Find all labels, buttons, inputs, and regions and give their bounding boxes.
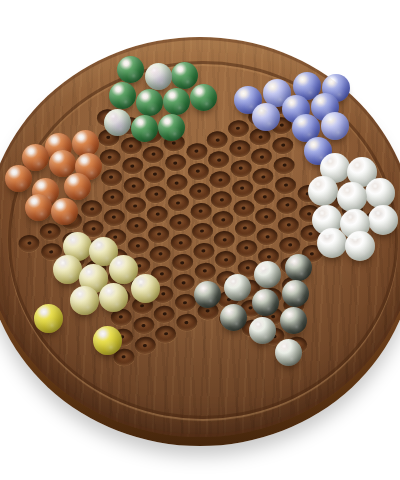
- marble-gray-7[interactable]: [220, 304, 247, 331]
- marble-gray-2[interactable]: [254, 261, 281, 288]
- marble-green-5[interactable]: [136, 89, 163, 116]
- marble-white-10[interactable]: [345, 231, 375, 261]
- marble-gray-8[interactable]: [280, 307, 307, 334]
- marble-gray-10[interactable]: [275, 339, 302, 366]
- marble-blue-9[interactable]: [321, 112, 349, 140]
- marble-white-8[interactable]: [368, 205, 398, 235]
- marble-gray-6[interactable]: [252, 289, 279, 316]
- marble-yellow-7[interactable]: [99, 283, 128, 312]
- marble-green-6[interactable]: [163, 88, 190, 115]
- marble-green-8[interactable]: [104, 109, 131, 136]
- product-photo-scene: [0, 0, 400, 480]
- marble-yellow-6[interactable]: [70, 286, 99, 315]
- marble-green-9[interactable]: [131, 115, 158, 142]
- marble-white-9[interactable]: [317, 228, 347, 258]
- marble-gray-5[interactable]: [282, 280, 309, 307]
- marble-yellow-3[interactable]: [53, 255, 82, 284]
- marble-green-10[interactable]: [158, 114, 185, 141]
- marble-white-3[interactable]: [308, 176, 338, 206]
- marble-white-5[interactable]: [365, 178, 395, 208]
- marble-orange-4[interactable]: [49, 150, 76, 177]
- marble-yellow-10[interactable]: [93, 326, 122, 355]
- marble-yellow-9[interactable]: [34, 304, 63, 333]
- marble-green-3[interactable]: [171, 62, 198, 89]
- marble-yellow-8[interactable]: [131, 274, 160, 303]
- marble-gray-3[interactable]: [224, 274, 251, 301]
- marble-orange-8[interactable]: [64, 173, 91, 200]
- marble-gray-9[interactable]: [249, 317, 276, 344]
- marble-white-4[interactable]: [337, 182, 367, 212]
- marble-orange-10[interactable]: [51, 198, 78, 225]
- marble-orange-9[interactable]: [25, 194, 52, 221]
- marble-green-7[interactable]: [190, 84, 217, 111]
- marble-blue-5[interactable]: [252, 103, 280, 131]
- marble-green-4[interactable]: [109, 82, 136, 109]
- marble-gray-1[interactable]: [285, 254, 312, 281]
- marble-green-2[interactable]: [145, 63, 172, 90]
- marble-gray-4[interactable]: [194, 281, 221, 308]
- marble-green-1[interactable]: [117, 56, 144, 83]
- marble-orange-6[interactable]: [5, 165, 32, 192]
